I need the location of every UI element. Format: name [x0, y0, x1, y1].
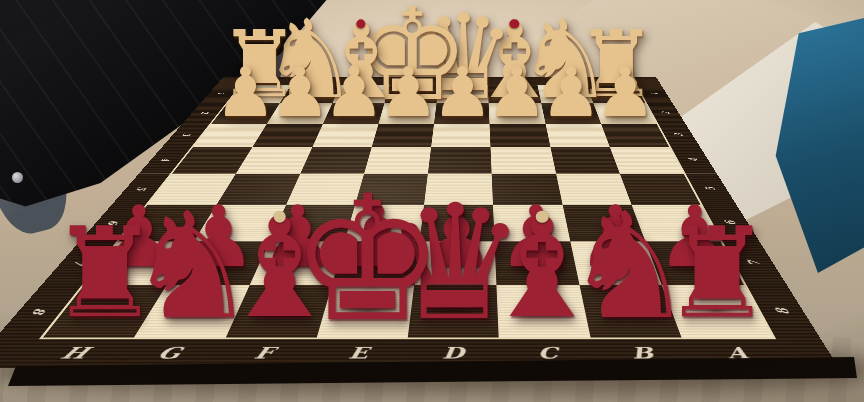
- red-bishop-finial: [536, 211, 549, 224]
- photo-scene: HHGGFFEEDDCCBBAA1122334455667788 ♜♞♝♛♚♝♞…: [0, 0, 864, 402]
- red-bishop-finial: [273, 211, 286, 224]
- piece-white-pawn-c2[interactable]: ♟: [486, 58, 547, 127]
- piece-red-rook-h8[interactable]: ♜: [49, 212, 161, 337]
- piece-white-pawn-b2[interactable]: ♟: [540, 58, 601, 127]
- piece-white-pawn-f2[interactable]: ♟: [323, 58, 384, 127]
- piece-white-pawn-d2[interactable]: ♟: [432, 58, 493, 127]
- piece-white-pawn-h2[interactable]: ♟: [215, 58, 276, 127]
- piece-white-pawn-a2[interactable]: ♟: [594, 58, 655, 127]
- pieces-layer: ♜♞♝♛♚♝♞♜♟♟♟♟♟♟♟♟♟♟♟♟♟♟♟♟♜♞♝♛♚♝♞♜: [0, 0, 864, 402]
- piece-white-pawn-e2[interactable]: ♟: [377, 58, 438, 127]
- piece-white-pawn-g2[interactable]: ♟: [269, 58, 330, 127]
